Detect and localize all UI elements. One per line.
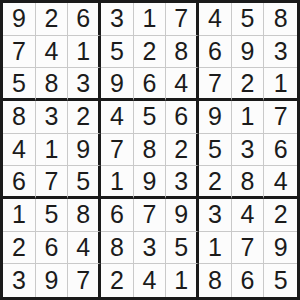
digit: 6 (143, 71, 157, 96)
cell-r2c4[interactable]: 5 (101, 36, 134, 69)
digit: 4 (12, 137, 26, 162)
digit: 2 (208, 169, 222, 194)
digit: 7 (274, 104, 288, 129)
digit: 3 (174, 169, 188, 194)
digit: 8 (110, 235, 124, 260)
digit: 4 (76, 235, 90, 260)
cell-r6c6[interactable]: 3 (166, 166, 199, 199)
cell-r2c7[interactable]: 6 (199, 36, 232, 69)
cell-r5c8[interactable]: 3 (232, 134, 265, 167)
digit: 1 (208, 235, 222, 260)
digit: 9 (143, 169, 157, 194)
cell-r1c5[interactable]: 1 (134, 3, 167, 36)
digit: 5 (143, 104, 157, 129)
cell-r4c4[interactable]: 4 (101, 101, 134, 134)
digit: 6 (45, 235, 59, 260)
cell-r7c6[interactable]: 9 (166, 199, 199, 232)
cell-r8c1[interactable]: 2 (3, 232, 36, 265)
cell-r1c2[interactable]: 2 (36, 3, 69, 36)
cell-r6c5[interactable]: 9 (134, 166, 167, 199)
digit: 3 (143, 235, 157, 260)
cell-r9c5[interactable]: 4 (134, 264, 167, 297)
cell-r4c2[interactable]: 3 (36, 101, 69, 134)
digit: 5 (76, 169, 90, 194)
cell-r2c3[interactable]: 1 (68, 36, 101, 69)
digit: 2 (76, 104, 90, 129)
cell-r5c5[interactable]: 8 (134, 134, 167, 167)
cell-r4c8[interactable]: 1 (232, 101, 265, 134)
digit: 3 (274, 39, 288, 64)
cell-r3c9[interactable]: 1 (264, 68, 297, 101)
digit: 4 (241, 202, 255, 227)
cell-r6c4[interactable]: 1 (101, 166, 134, 199)
cell-r8c2[interactable]: 6 (36, 232, 69, 265)
cell-r9c1[interactable]: 3 (3, 264, 36, 297)
digit: 6 (241, 268, 255, 293)
digit: 8 (143, 137, 157, 162)
cell-r6c8[interactable]: 8 (232, 166, 265, 199)
digit: 6 (208, 39, 222, 64)
cell-r7c3[interactable]: 8 (68, 199, 101, 232)
digit: 8 (76, 202, 90, 227)
digit: 5 (12, 71, 26, 96)
digit: 8 (174, 39, 188, 64)
cell-r1c6[interactable]: 7 (166, 3, 199, 36)
cell-r3c4[interactable]: 9 (101, 68, 134, 101)
digit: 9 (12, 6, 26, 31)
digit: 7 (12, 39, 26, 64)
digit: 7 (45, 169, 59, 194)
digit: 8 (45, 71, 59, 96)
digit: 4 (110, 104, 124, 129)
cell-r4c3[interactable]: 2 (68, 101, 101, 134)
cell-r8c8[interactable]: 7 (232, 232, 265, 265)
cell-r5c9[interactable]: 6 (264, 134, 297, 167)
digit: 8 (241, 169, 255, 194)
digit: 4 (45, 39, 59, 64)
digit: 1 (174, 268, 188, 293)
cell-r5c6[interactable]: 2 (166, 134, 199, 167)
digit: 9 (45, 268, 59, 293)
cell-r7c5[interactable]: 7 (134, 199, 167, 232)
cell-r7c2[interactable]: 5 (36, 199, 69, 232)
digit: 7 (110, 137, 124, 162)
cell-r7c8[interactable]: 4 (232, 199, 265, 232)
digit: 5 (208, 137, 222, 162)
digit: 4 (274, 169, 288, 194)
cell-r6c1[interactable]: 6 (3, 166, 36, 199)
digit: 6 (76, 6, 90, 31)
digit: 2 (12, 235, 26, 260)
digit: 6 (110, 202, 124, 227)
cell-r8c7[interactable]: 1 (199, 232, 232, 265)
cell-r3c5[interactable]: 6 (134, 68, 167, 101)
digit: 3 (241, 137, 255, 162)
digit: 5 (174, 235, 188, 260)
digit: 4 (208, 6, 222, 31)
cell-r9c3[interactable]: 7 (68, 264, 101, 297)
cell-r9c6[interactable]: 1 (166, 264, 199, 297)
cell-r4c9[interactable]: 7 (264, 101, 297, 134)
digit: 4 (143, 268, 157, 293)
digit: 3 (110, 6, 124, 31)
cell-r8c5[interactable]: 3 (134, 232, 167, 265)
cell-r6c3[interactable]: 5 (68, 166, 101, 199)
digit: 9 (76, 137, 90, 162)
digit: 2 (110, 268, 124, 293)
digit: 9 (274, 235, 288, 260)
digit: 7 (241, 235, 255, 260)
digit: 2 (274, 202, 288, 227)
cell-r9c9[interactable]: 5 (264, 264, 297, 297)
cell-r3c8[interactable]: 2 (232, 68, 265, 101)
digit: 7 (143, 202, 157, 227)
cell-r1c7[interactable]: 4 (199, 3, 232, 36)
cell-r3c6[interactable]: 4 (166, 68, 199, 101)
digit: 8 (274, 6, 288, 31)
cell-r4c6[interactable]: 6 (166, 101, 199, 134)
digit: 8 (12, 104, 26, 129)
cell-r8c4[interactable]: 8 (101, 232, 134, 265)
digit: 3 (45, 104, 59, 129)
cell-r4c1[interactable]: 8 (3, 101, 36, 134)
digit: 4 (174, 71, 188, 96)
cell-r9c7[interactable]: 8 (199, 264, 232, 297)
cell-r1c8[interactable]: 5 (232, 3, 265, 36)
cell-r9c8[interactable]: 6 (232, 264, 265, 297)
cell-r3c2[interactable]: 8 (36, 68, 69, 101)
cell-r5c4[interactable]: 7 (101, 134, 134, 167)
digit: 2 (45, 6, 59, 31)
cell-r5c7[interactable]: 5 (199, 134, 232, 167)
digit: 5 (274, 268, 288, 293)
digit: 9 (208, 104, 222, 129)
cell-r2c9[interactable]: 3 (264, 36, 297, 69)
cell-r9c4[interactable]: 2 (101, 264, 134, 297)
cell-r7c7[interactable]: 3 (199, 199, 232, 232)
cell-r2c1[interactable]: 7 (3, 36, 36, 69)
digit: 1 (12, 202, 26, 227)
digit: 2 (174, 137, 188, 162)
digit: 3 (208, 202, 222, 227)
cell-r8c9[interactable]: 9 (264, 232, 297, 265)
digit: 6 (274, 137, 288, 162)
cell-r9c2[interactable]: 9 (36, 264, 69, 297)
cell-r4c5[interactable]: 5 (134, 101, 167, 134)
digit: 9 (110, 71, 124, 96)
digit: 2 (143, 39, 157, 64)
digit: 9 (174, 202, 188, 227)
cell-r8c3[interactable]: 4 (68, 232, 101, 265)
digit: 7 (174, 6, 188, 31)
cell-r6c7[interactable]: 2 (199, 166, 232, 199)
digit: 3 (12, 268, 26, 293)
digit: 7 (208, 71, 222, 96)
cell-r5c2[interactable]: 1 (36, 134, 69, 167)
cell-r4c7[interactable]: 9 (199, 101, 232, 134)
cell-r6c9[interactable]: 4 (264, 166, 297, 199)
digit: 1 (241, 104, 255, 129)
cell-r3c3[interactable]: 3 (68, 68, 101, 101)
digit: 2 (241, 71, 255, 96)
cell-r1c4[interactable]: 3 (101, 3, 134, 36)
cell-r8c6[interactable]: 5 (166, 232, 199, 265)
digit: 9 (241, 39, 255, 64)
digit: 5 (241, 6, 255, 31)
digit: 5 (110, 39, 124, 64)
cell-r7c1[interactable]: 1 (3, 199, 36, 232)
digit: 8 (208, 268, 222, 293)
cell-r1c3[interactable]: 6 (68, 3, 101, 36)
digit: 1 (45, 137, 59, 162)
cell-r5c3[interactable]: 9 (68, 134, 101, 167)
cell-r3c7[interactable]: 7 (199, 68, 232, 101)
digit: 6 (12, 169, 26, 194)
digit: 1 (76, 39, 90, 64)
cell-r5c1[interactable]: 4 (3, 134, 36, 167)
cell-r2c6[interactable]: 8 (166, 36, 199, 69)
cell-r2c2[interactable]: 4 (36, 36, 69, 69)
digit: 6 (174, 104, 188, 129)
digit: 3 (76, 71, 90, 96)
digit: 7 (76, 268, 90, 293)
cell-r6c2[interactable]: 7 (36, 166, 69, 199)
cell-r1c1[interactable]: 9 (3, 3, 36, 36)
cell-r7c9[interactable]: 2 (264, 199, 297, 232)
cell-r3c1[interactable]: 5 (3, 68, 36, 101)
cell-r2c5[interactable]: 2 (134, 36, 167, 69)
cell-r7c4[interactable]: 6 (101, 199, 134, 232)
sudoku-board: 9263174587415286935839647218324569174197… (0, 0, 300, 300)
digit: 1 (274, 71, 288, 96)
cell-r1c9[interactable]: 8 (264, 3, 297, 36)
digit: 5 (45, 202, 59, 227)
cell-r2c8[interactable]: 9 (232, 36, 265, 69)
digit: 1 (143, 6, 157, 31)
digit: 1 (110, 169, 124, 194)
